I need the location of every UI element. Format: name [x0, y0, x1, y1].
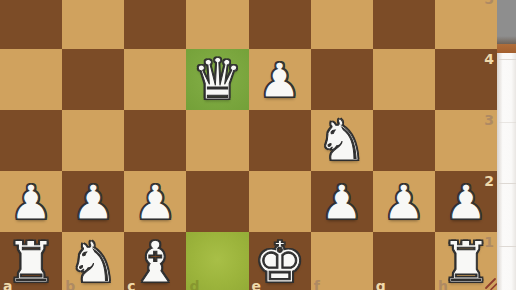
square-b1[interactable]: ♞b: [62, 232, 124, 290]
square-c2[interactable]: ♟: [124, 171, 186, 232]
square-h5[interactable]: 5: [435, 0, 497, 49]
square-a3[interactable]: [0, 110, 62, 171]
square-d5[interactable]: [186, 0, 248, 49]
white-rook[interactable]: ♜: [0, 232, 62, 290]
coord-rank-4: 4: [484, 52, 494, 66]
square-e1[interactable]: ♚e: [249, 232, 311, 290]
white-pawn[interactable]: ♟: [373, 171, 435, 232]
coord-file-d: d: [189, 279, 199, 290]
square-f4[interactable]: [311, 49, 373, 110]
square-c3[interactable]: [124, 110, 186, 171]
square-f3[interactable]: ♞: [311, 110, 373, 171]
square-g4[interactable]: [373, 49, 435, 110]
white-pawn[interactable]: ♟: [311, 171, 373, 232]
square-g3[interactable]: [373, 110, 435, 171]
white-knight[interactable]: ♞: [311, 110, 373, 171]
list-divider: [499, 59, 516, 60]
white-king[interactable]: ♚: [249, 232, 311, 290]
square-e5[interactable]: [249, 0, 311, 49]
square-h4[interactable]: 4: [435, 49, 497, 110]
square-d3[interactable]: [186, 110, 248, 171]
square-b2[interactable]: ♟: [62, 171, 124, 232]
square-b4[interactable]: [62, 49, 124, 110]
square-a2[interactable]: ♟: [0, 171, 62, 232]
chess-board[interactable]: 5♛♟4♞3♟♟♟♟♟♟2♜a♞b♝cd♚efg♜1h: [0, 0, 497, 290]
white-pawn[interactable]: ♟: [62, 171, 124, 232]
square-e4[interactable]: ♟: [249, 49, 311, 110]
white-pawn[interactable]: ♟: [124, 171, 186, 232]
square-a1[interactable]: ♜a: [0, 232, 62, 290]
square-g1[interactable]: g: [373, 232, 435, 290]
list-divider: [499, 246, 516, 247]
square-a5[interactable]: [0, 0, 62, 49]
white-pawn[interactable]: ♟: [249, 49, 311, 110]
square-b5[interactable]: [62, 0, 124, 49]
square-f1[interactable]: f: [311, 232, 373, 290]
list-panel-sliver: [497, 53, 516, 290]
coord-file-f: f: [314, 279, 320, 290]
square-d4[interactable]: ♛: [186, 49, 248, 110]
list-divider: [499, 183, 516, 184]
resize-handle-icon[interactable]: [484, 277, 497, 290]
coord-rank-5: 5: [484, 0, 494, 6]
square-g2[interactable]: ♟: [373, 171, 435, 232]
side-panel: [497, 0, 516, 290]
square-h2[interactable]: ♟2: [435, 171, 497, 232]
square-a4[interactable]: [0, 49, 62, 110]
square-d2[interactable]: [186, 171, 248, 232]
list-divider: [499, 122, 516, 123]
accent-bar: [497, 44, 516, 53]
square-e2[interactable]: [249, 171, 311, 232]
square-h3[interactable]: 3: [435, 110, 497, 171]
white-queen[interactable]: ♛: [186, 49, 248, 110]
square-e3[interactable]: [249, 110, 311, 171]
square-f2[interactable]: ♟: [311, 171, 373, 232]
square-c1[interactable]: ♝c: [124, 232, 186, 290]
square-c5[interactable]: [124, 0, 186, 49]
scrollbar-thumb[interactable]: [497, 0, 516, 44]
coord-file-g: g: [376, 279, 386, 290]
square-c4[interactable]: [124, 49, 186, 110]
square-d1[interactable]: d: [186, 232, 248, 290]
square-g5[interactable]: [373, 0, 435, 49]
coord-rank-3: 3: [484, 113, 494, 127]
square-b3[interactable]: [62, 110, 124, 171]
white-bishop[interactable]: ♝: [124, 232, 186, 290]
white-pawn[interactable]: ♟: [0, 171, 62, 232]
square-f5[interactable]: [311, 0, 373, 49]
white-knight[interactable]: ♞: [62, 232, 124, 290]
white-pawn[interactable]: ♟: [435, 171, 497, 232]
